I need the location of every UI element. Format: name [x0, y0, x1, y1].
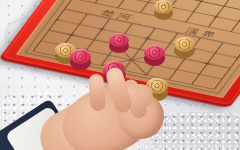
thumb [88, 73, 106, 111]
gold-piece[interactable] [174, 37, 195, 57]
gold-piece[interactable] [154, 0, 173, 18]
piece-carved-top [174, 37, 195, 52]
piece-carved-top [144, 45, 165, 60]
red-piece[interactable] [109, 33, 129, 51]
piece-carved-top [154, 0, 173, 14]
photo-stage: 楚河 漢界 [0, 0, 240, 150]
piece-carved-top [109, 33, 129, 47]
piece-carved-top [70, 49, 91, 64]
red-piece[interactable] [70, 49, 91, 69]
red-piece[interactable] [144, 45, 165, 65]
